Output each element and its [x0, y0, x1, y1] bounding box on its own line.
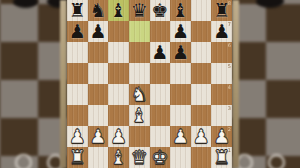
- square-e5[interactable]: [150, 63, 171, 84]
- square-a1[interactable]: ♜: [67, 147, 88, 168]
- square-b8[interactable]: ♞: [88, 0, 109, 21]
- piece-black-pawn[interactable]: ♟: [150, 42, 171, 63]
- square-f2[interactable]: ♟: [170, 126, 191, 147]
- square-d5[interactable]: [129, 63, 150, 84]
- square-e6[interactable]: ♟: [150, 42, 171, 63]
- piece-black-knight[interactable]: ♞: [88, 0, 109, 21]
- square-c3[interactable]: [108, 105, 129, 126]
- square-a6[interactable]: [67, 42, 88, 63]
- rank-label: 7: [228, 21, 231, 27]
- square-g7[interactable]: [191, 21, 212, 42]
- square-d4[interactable]: ♞: [129, 84, 150, 105]
- square-f4[interactable]: [170, 84, 191, 105]
- square-d3[interactable]: ♝: [129, 105, 150, 126]
- square-e8[interactable]: ♚: [150, 0, 171, 21]
- square-f6[interactable]: ♟: [170, 42, 191, 63]
- square-a8[interactable]: ♜: [67, 0, 88, 21]
- square-b3[interactable]: [88, 105, 109, 126]
- piece-black-pawn[interactable]: ♟: [88, 21, 109, 42]
- square-g5[interactable]: [191, 63, 212, 84]
- piece-white-pawn[interactable]: ♟: [191, 126, 212, 147]
- square-f7[interactable]: ♟: [170, 21, 191, 42]
- square-d8[interactable]: ♛: [129, 0, 150, 21]
- square-c6[interactable]: [108, 42, 129, 63]
- piece-white-pawn[interactable]: ♟: [170, 126, 191, 147]
- square-b2[interactable]: ♟: [88, 126, 109, 147]
- piece-white-pawn[interactable]: ♟: [67, 126, 88, 147]
- piece-black-rook[interactable]: ♜: [67, 0, 88, 21]
- square-d7[interactable]: [129, 21, 150, 42]
- square-e3[interactable]: [150, 105, 171, 126]
- square-h8[interactable]: ♜8: [211, 0, 232, 21]
- square-d2[interactable]: [129, 126, 150, 147]
- blurred-white-piece-silhouette: [15, 154, 32, 168]
- square-e7[interactable]: [150, 21, 171, 42]
- square-g8[interactable]: [191, 0, 212, 21]
- square-a5[interactable]: [67, 63, 88, 84]
- square-a2[interactable]: ♟: [67, 126, 88, 147]
- square-e1[interactable]: ♚: [150, 147, 171, 168]
- background-board-edge: [232, 0, 239, 168]
- piece-black-pawn[interactable]: ♟: [170, 42, 191, 63]
- square-b7[interactable]: ♟: [88, 21, 109, 42]
- square-a3[interactable]: [67, 105, 88, 126]
- square-e2[interactable]: [150, 126, 171, 147]
- square-e4[interactable]: [150, 84, 171, 105]
- rank-label: 3: [228, 105, 231, 111]
- piece-black-queen[interactable]: ♛: [129, 0, 150, 21]
- square-f1[interactable]: [170, 147, 191, 168]
- rank-label: 4: [228, 84, 231, 90]
- square-f5[interactable]: [170, 63, 191, 84]
- square-a7[interactable]: ♟: [67, 21, 88, 42]
- piece-black-king[interactable]: ♚: [150, 0, 171, 21]
- piece-white-bishop[interactable]: ♝: [129, 105, 150, 126]
- square-c4[interactable]: [108, 84, 129, 105]
- piece-black-bishop[interactable]: ♝: [108, 0, 129, 21]
- square-h4[interactable]: 4: [211, 84, 232, 105]
- square-h7[interactable]: ♟7: [211, 21, 232, 42]
- rank-label: 5: [228, 63, 231, 69]
- square-g2[interactable]: ♟: [191, 126, 212, 147]
- piece-white-knight[interactable]: ♞: [129, 84, 150, 105]
- piece-white-king[interactable]: ♚: [150, 147, 171, 168]
- chess-board: ♜♞♝♛♚♝♜8♟♟♟♟7♟♟65♞4♝3♟♟♟♟♟♟2♜♝♛♚♜1: [67, 0, 232, 168]
- rank-label: 6: [228, 42, 231, 48]
- blurred-white-piece-silhouette: [268, 154, 285, 168]
- square-g4[interactable]: [191, 84, 212, 105]
- square-g1[interactable]: [191, 147, 212, 168]
- rank-label: 1: [228, 147, 231, 153]
- piece-white-rook[interactable]: ♜: [67, 147, 88, 168]
- piece-white-bishop[interactable]: ♝: [108, 147, 129, 168]
- piece-black-pawn[interactable]: ♟: [67, 21, 88, 42]
- square-f3[interactable]: [170, 105, 191, 126]
- square-d1[interactable]: ♛: [129, 147, 150, 168]
- square-b6[interactable]: [88, 42, 109, 63]
- square-c5[interactable]: [108, 63, 129, 84]
- square-c8[interactable]: ♝: [108, 0, 129, 21]
- rank-label: 2: [228, 126, 231, 132]
- square-f8[interactable]: ♝: [170, 0, 191, 21]
- square-a4[interactable]: [67, 84, 88, 105]
- piece-white-queen[interactable]: ♛: [129, 147, 150, 168]
- square-h1[interactable]: ♜1: [211, 147, 232, 168]
- square-g6[interactable]: [191, 42, 212, 63]
- square-h3[interactable]: 3: [211, 105, 232, 126]
- square-h2[interactable]: ♟2: [211, 126, 232, 147]
- piece-black-pawn[interactable]: ♟: [170, 21, 191, 42]
- square-h5[interactable]: 5: [211, 63, 232, 84]
- video-frame: ♜♞♝♛♚♝♜8♟♟♟♟7♟♟65♞4♝3♟♟♟♟♟♟2♜♝♛♚♜1: [0, 0, 300, 168]
- square-d6[interactable]: [129, 42, 150, 63]
- piece-white-pawn[interactable]: ♟: [88, 126, 109, 147]
- piece-black-bishop[interactable]: ♝: [170, 0, 191, 21]
- rank-label: 8: [228, 0, 231, 6]
- piece-white-pawn[interactable]: ♟: [108, 126, 129, 147]
- square-b5[interactable]: [88, 63, 109, 84]
- square-c7[interactable]: [108, 21, 129, 42]
- square-b4[interactable]: [88, 84, 109, 105]
- square-c2[interactable]: ♟: [108, 126, 129, 147]
- square-b1[interactable]: [88, 147, 109, 168]
- square-g3[interactable]: [191, 105, 212, 126]
- square-h6[interactable]: 6: [211, 42, 232, 63]
- background-board-edge: [60, 0, 67, 168]
- square-c1[interactable]: ♝: [108, 147, 129, 168]
